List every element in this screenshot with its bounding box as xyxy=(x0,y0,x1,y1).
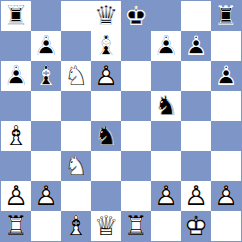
white-bishop-silhouette: ♝ xyxy=(4,121,28,151)
square-g7[interactable]: ♟♙ xyxy=(181,31,211,61)
black-pawn-silhouette: ♟ xyxy=(154,31,178,61)
square-a7[interactable] xyxy=(1,31,31,61)
square-f4[interactable] xyxy=(151,121,181,151)
square-d4[interactable]: ♞♘ xyxy=(91,121,121,151)
black-knight-silhouette: ♞ xyxy=(154,91,178,121)
square-a2[interactable]: ♟♙ xyxy=(1,181,31,211)
square-g4[interactable] xyxy=(181,121,211,151)
piece-black-pawn: ♙ xyxy=(34,31,58,61)
square-e5[interactable] xyxy=(121,91,151,121)
white-rook-silhouette: ♜ xyxy=(4,211,28,241)
black-bishop-silhouette: ♝ xyxy=(94,31,118,61)
square-g2[interactable]: ♟♙ xyxy=(181,181,211,211)
white-pawn-silhouette: ♟ xyxy=(94,61,118,91)
square-d6[interactable]: ♟♙ xyxy=(91,61,121,91)
piece-white-pawn: ♙ xyxy=(34,181,58,211)
square-h7[interactable] xyxy=(211,31,241,61)
square-c6[interactable]: ♞♘ xyxy=(61,61,91,91)
square-d8[interactable]: ♛♕ xyxy=(91,1,121,31)
piece-black-king: ♔ xyxy=(124,1,148,31)
square-b3[interactable] xyxy=(31,151,61,181)
square-g6[interactable] xyxy=(181,61,211,91)
square-b7[interactable]: ♟♙ xyxy=(31,31,61,61)
square-d3[interactable] xyxy=(91,151,121,181)
square-g3[interactable] xyxy=(181,151,211,181)
square-e7[interactable] xyxy=(121,31,151,61)
square-b4[interactable] xyxy=(31,121,61,151)
piece-white-pawn: ♙ xyxy=(154,181,178,211)
white-knight-silhouette: ♞ xyxy=(64,61,88,91)
square-h1[interactable] xyxy=(211,211,241,241)
square-d1[interactable]: ♛♕ xyxy=(91,211,121,241)
black-pawn-silhouette: ♟ xyxy=(214,61,238,91)
square-c4[interactable] xyxy=(61,121,91,151)
piece-black-pawn: ♙ xyxy=(154,31,178,61)
white-king-silhouette: ♚ xyxy=(184,211,208,241)
white-pawn-silhouette: ♟ xyxy=(34,181,58,211)
white-bishop-silhouette: ♝ xyxy=(64,211,88,241)
piece-black-knight: ♘ xyxy=(154,91,178,121)
square-d2[interactable] xyxy=(91,181,121,211)
square-b2[interactable]: ♟♙ xyxy=(31,181,61,211)
square-e6[interactable] xyxy=(121,61,151,91)
square-b1[interactable] xyxy=(31,211,61,241)
piece-white-bishop: ♗ xyxy=(64,211,88,241)
white-pawn-silhouette: ♟ xyxy=(184,181,208,211)
piece-white-rook: ♖ xyxy=(124,211,148,241)
square-a5[interactable] xyxy=(1,91,31,121)
piece-white-knight: ♘ xyxy=(64,151,88,181)
square-a6[interactable]: ♟♙ xyxy=(1,61,31,91)
chess-board: ♜♖♛♕♚♔♜♖♟♙♝♗♟♙♟♙♟♙♝♗♞♘♟♙♟♙♞♘♝♗♞♘♞♘♟♙♟♙♟♙… xyxy=(0,0,242,242)
square-d7[interactable]: ♝♗ xyxy=(91,31,121,61)
square-e8[interactable]: ♚♔ xyxy=(121,1,151,31)
square-b5[interactable] xyxy=(31,91,61,121)
piece-black-pawn: ♙ xyxy=(4,61,28,91)
piece-white-pawn: ♙ xyxy=(4,181,28,211)
square-b6[interactable]: ♝♗ xyxy=(31,61,61,91)
square-h6[interactable]: ♟♙ xyxy=(211,61,241,91)
square-c8[interactable] xyxy=(61,1,91,31)
piece-black-rook: ♖ xyxy=(214,1,238,31)
square-f1[interactable] xyxy=(151,211,181,241)
piece-black-bishop: ♗ xyxy=(94,31,118,61)
piece-white-pawn: ♙ xyxy=(94,61,118,91)
square-e4[interactable] xyxy=(121,121,151,151)
square-a3[interactable] xyxy=(1,151,31,181)
square-g1[interactable]: ♚♔ xyxy=(181,211,211,241)
square-a4[interactable]: ♝♗ xyxy=(1,121,31,151)
piece-white-king: ♔ xyxy=(184,211,208,241)
piece-black-pawn: ♙ xyxy=(214,61,238,91)
piece-black-bishop: ♗ xyxy=(34,61,58,91)
square-h3[interactable] xyxy=(211,151,241,181)
piece-white-pawn: ♙ xyxy=(184,181,208,211)
square-e2[interactable] xyxy=(121,181,151,211)
square-f2[interactable]: ♟♙ xyxy=(151,181,181,211)
piece-white-bishop: ♗ xyxy=(4,121,28,151)
black-pawn-silhouette: ♟ xyxy=(184,31,208,61)
white-pawn-silhouette: ♟ xyxy=(214,181,238,211)
piece-black-pawn: ♙ xyxy=(184,31,208,61)
piece-white-knight: ♘ xyxy=(64,61,88,91)
square-f5[interactable]: ♞♘ xyxy=(151,91,181,121)
piece-black-queen: ♕ xyxy=(94,1,118,31)
square-e3[interactable] xyxy=(121,151,151,181)
square-h2[interactable]: ♟♙ xyxy=(211,181,241,211)
square-c3[interactable]: ♞♘ xyxy=(61,151,91,181)
black-pawn-silhouette: ♟ xyxy=(4,61,28,91)
square-d5[interactable] xyxy=(91,91,121,121)
square-h4[interactable] xyxy=(211,121,241,151)
square-h8[interactable]: ♜♖ xyxy=(211,1,241,31)
black-rook-silhouette: ♜ xyxy=(4,1,28,31)
square-c7[interactable] xyxy=(61,31,91,61)
piece-white-rook: ♖ xyxy=(4,211,28,241)
square-f7[interactable]: ♟♙ xyxy=(151,31,181,61)
white-pawn-silhouette: ♟ xyxy=(4,181,28,211)
square-b8[interactable] xyxy=(31,1,61,31)
white-queen-silhouette: ♛ xyxy=(94,211,118,241)
black-queen-silhouette: ♛ xyxy=(94,1,118,31)
square-f6[interactable] xyxy=(151,61,181,91)
piece-white-pawn: ♙ xyxy=(214,181,238,211)
piece-black-knight: ♘ xyxy=(94,121,118,151)
square-f8[interactable] xyxy=(151,1,181,31)
square-a1[interactable]: ♜♖ xyxy=(1,211,31,241)
piece-black-rook: ♖ xyxy=(4,1,28,31)
square-e1[interactable]: ♜♖ xyxy=(121,211,151,241)
square-c1[interactable]: ♝♗ xyxy=(61,211,91,241)
square-g8[interactable] xyxy=(181,1,211,31)
white-rook-silhouette: ♜ xyxy=(124,211,148,241)
white-knight-silhouette: ♞ xyxy=(64,151,88,181)
white-pawn-silhouette: ♟ xyxy=(154,181,178,211)
black-pawn-silhouette: ♟ xyxy=(34,31,58,61)
black-rook-silhouette: ♜ xyxy=(214,1,238,31)
square-f3[interactable] xyxy=(151,151,181,181)
black-bishop-silhouette: ♝ xyxy=(34,61,58,91)
square-a8[interactable]: ♜♖ xyxy=(1,1,31,31)
square-c2[interactable] xyxy=(61,181,91,211)
square-g5[interactable] xyxy=(181,91,211,121)
square-c5[interactable] xyxy=(61,91,91,121)
piece-white-queen: ♕ xyxy=(94,211,118,241)
black-knight-silhouette: ♞ xyxy=(94,121,118,151)
black-king-silhouette: ♚ xyxy=(124,1,148,31)
square-h5[interactable] xyxy=(211,91,241,121)
